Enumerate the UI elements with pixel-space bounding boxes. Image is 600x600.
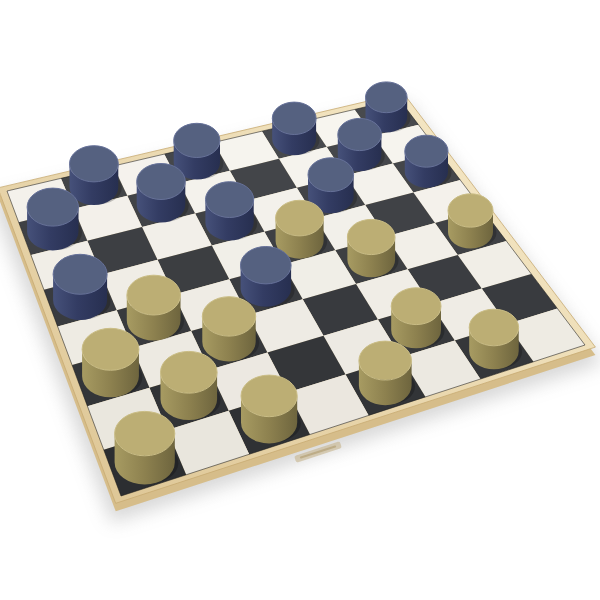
piece-top-face (137, 164, 186, 200)
piece-navy-r4-k3 (240, 247, 294, 308)
piece-gold-r4-k5 (347, 219, 398, 277)
piece-gold-r5-k0 (82, 328, 142, 397)
piece-top-face (448, 194, 493, 227)
piece-top-face (161, 351, 218, 393)
piece-top-face (347, 219, 395, 254)
piece-navy-r2-k7 (405, 135, 452, 188)
piece-top-face (405, 135, 448, 167)
piece-top-face (338, 118, 382, 150)
piece-gold-r7-k6 (469, 309, 522, 369)
piece-top-face (241, 375, 297, 417)
piece-navy-r0-k1 (70, 146, 122, 205)
piece-gold-r7-k4 (359, 341, 415, 405)
piece-top-face (391, 288, 441, 325)
piece-gold-r4-k1 (127, 275, 184, 340)
page: { "game": "checkers (draughts)", "scene"… (0, 0, 600, 600)
piece-gold-r6-k1 (161, 351, 221, 420)
piece-navy-r1-k0 (27, 188, 82, 250)
checkers-board-photo (0, 0, 600, 600)
piece-top-face (27, 188, 78, 226)
piece-top-face (82, 328, 139, 370)
piece-top-face (206, 182, 254, 218)
piece-top-face (53, 254, 107, 294)
piece-top-face (359, 341, 412, 380)
piece-navy-r2-k3 (205, 182, 257, 241)
piece-navy-r0-k5 (272, 102, 319, 155)
piece-top-face (308, 158, 354, 192)
piece-navy-r3-k0 (53, 254, 111, 320)
product-photo (0, 0, 600, 600)
piece-gold-r6-k5 (391, 288, 444, 348)
piece-top-face (366, 82, 408, 113)
piece-gold-r3-k4 (276, 200, 328, 258)
piece-gold-r7-k0 (115, 411, 179, 484)
piece-top-face (115, 411, 175, 455)
piece-gold-r7-k2 (241, 375, 301, 443)
piece-top-face (174, 123, 220, 157)
piece-top-face (276, 200, 324, 236)
piece-top-face (127, 275, 181, 315)
piece-top-face (469, 309, 518, 346)
piece-top-face (70, 146, 119, 182)
piece-navy-r1-k2 (137, 164, 189, 223)
piece-top-face (272, 102, 316, 134)
piece-top-face (202, 297, 255, 336)
piece-gold-r4-k7 (448, 194, 497, 249)
piece-gold-r5-k2 (202, 297, 259, 362)
piece-top-face (240, 247, 291, 284)
